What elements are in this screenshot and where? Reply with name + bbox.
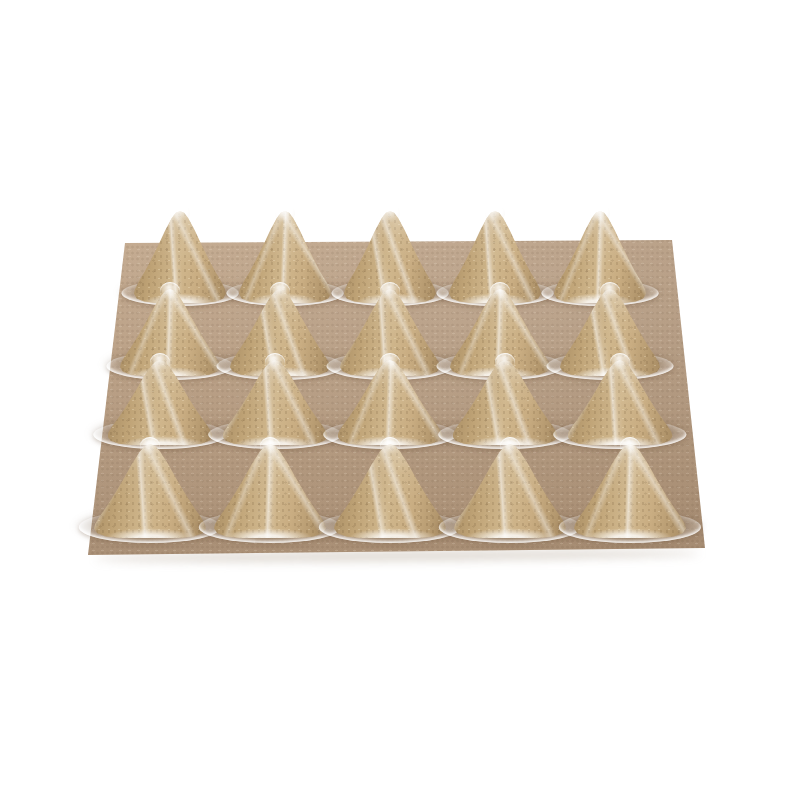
blister-cone-r4c5: [574, 444, 686, 533]
blister-tip-highlight: [610, 353, 630, 371]
plastic-sheen: [223, 360, 328, 445]
plastic-sheen: [574, 444, 686, 538]
blister-tip-highlight: [260, 437, 280, 455]
plastic-sheen: [94, 444, 206, 538]
blister-tip-highlight: [380, 204, 400, 222]
blister-tip-highlight: [600, 282, 620, 300]
blister-tip-highlight: [590, 204, 610, 222]
blister-tip-highlight: [500, 437, 520, 455]
blister-cone-r1c1: [134, 211, 226, 298]
blister-tip-highlight: [490, 282, 510, 300]
blister-tip-highlight: [275, 204, 295, 222]
blister-cone-r3c4: [453, 360, 558, 440]
blister-tip-highlight: [380, 282, 400, 300]
blister-cone-r3c5: [568, 360, 673, 440]
plastic-sheen: [334, 444, 446, 538]
blister-tip-highlight: [485, 204, 505, 222]
blister-tip-highlight: [380, 353, 400, 371]
product-photo-canvas: Overhead-angle product photo on a pure w…: [0, 0, 800, 800]
blister-cone-r4c1: [94, 444, 206, 533]
blister-cone-r4c2: [214, 444, 326, 533]
plastic-sheen: [568, 360, 673, 445]
blister-cone-r2c1: [120, 289, 220, 371]
blister-tip-highlight: [160, 282, 180, 300]
blister-tip-highlight: [495, 353, 515, 371]
cones-layer: [0, 0, 800, 800]
blister-cone-r4c4: [454, 444, 566, 533]
plastic-sheen: [453, 360, 558, 445]
blister-cone-r4c3: [334, 444, 446, 533]
plastic-sheen: [454, 444, 566, 538]
blister-tip-highlight: [270, 282, 290, 300]
blister-tip-highlight: [265, 353, 285, 371]
blister-cone-r1c5: [554, 211, 646, 298]
blister-tip-highlight: [380, 437, 400, 455]
blister-cone-r3c3: [338, 360, 443, 440]
blister-tip-highlight: [170, 204, 190, 222]
plastic-sheen: [108, 360, 213, 445]
blister-tip-highlight: [620, 437, 640, 455]
plastic-sheen: [214, 444, 326, 538]
blister-cone-r3c1: [108, 360, 213, 440]
blister-tip-highlight: [140, 437, 160, 455]
blister-cone-r3c2: [223, 360, 328, 440]
blister-tip-highlight: [150, 353, 170, 371]
plastic-sheen: [338, 360, 443, 445]
